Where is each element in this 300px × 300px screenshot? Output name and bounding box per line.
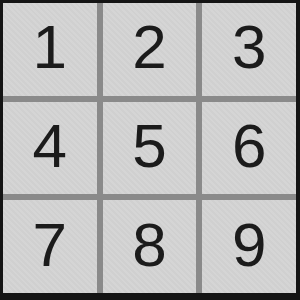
cell-digit: 2 (132, 16, 166, 78)
cell-digit: 6 (232, 115, 266, 177)
cell-digit: 3 (232, 16, 266, 78)
cell-r3c3[interactable]: 9 (202, 200, 296, 293)
board-frame: 1 2 3 4 5 6 7 8 9 (0, 0, 300, 300)
cell-r2c3[interactable]: 6 (202, 102, 296, 195)
cell-r3c1[interactable]: 7 (3, 200, 97, 293)
cell-digit: 8 (132, 214, 166, 276)
number-grid: 1 2 3 4 5 6 7 8 9 (3, 3, 296, 293)
cell-r1c2[interactable]: 2 (103, 3, 197, 96)
cell-digit: 5 (132, 115, 166, 177)
cell-digit: 1 (33, 16, 67, 78)
cell-r1c1[interactable]: 1 (3, 3, 97, 96)
cell-r2c1[interactable]: 4 (3, 102, 97, 195)
cell-digit: 7 (33, 214, 67, 276)
cell-r2c2[interactable]: 5 (103, 102, 197, 195)
cell-digit: 4 (33, 115, 67, 177)
cell-digit: 9 (232, 214, 266, 276)
cell-r1c3[interactable]: 3 (202, 3, 296, 96)
cell-r3c2[interactable]: 8 (103, 200, 197, 293)
